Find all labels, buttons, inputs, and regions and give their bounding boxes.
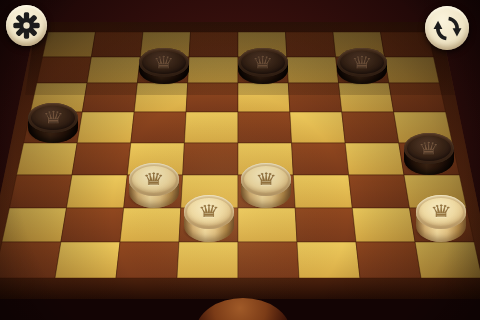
game-screen: ♛♛♛♛♛♛♛♛♛ xyxy=(0,0,480,320)
piece-top: ♛ xyxy=(184,195,234,229)
rotate-icon xyxy=(431,12,464,45)
piece-top: ♛ xyxy=(129,163,179,196)
piece-top: ♛ xyxy=(238,48,288,77)
pieces-layer: ♛♛♛♛♛♛♛♛♛ xyxy=(0,0,480,320)
piece-top: ♛ xyxy=(404,133,454,165)
checker-dark[interactable]: ♛ xyxy=(28,103,78,143)
checker-dark[interactable]: ♛ xyxy=(337,48,387,85)
gear-icon xyxy=(11,10,42,41)
crown-engraving: ♛ xyxy=(142,171,164,188)
piece-top: ♛ xyxy=(416,195,466,229)
checker-light[interactable]: ♛ xyxy=(416,195,466,242)
crown-engraving: ♛ xyxy=(430,203,452,220)
piece-top: ♛ xyxy=(337,48,387,77)
checker-light[interactable]: ♛ xyxy=(241,163,291,207)
rotate-flip-button[interactable] xyxy=(425,6,469,50)
piece-top: ♛ xyxy=(139,48,189,77)
checker-light[interactable]: ♛ xyxy=(184,195,234,242)
crown-engraving: ♛ xyxy=(42,109,64,126)
crown-engraving: ♛ xyxy=(417,140,439,157)
crown-engraving: ♛ xyxy=(198,203,220,220)
checker-dark[interactable]: ♛ xyxy=(139,48,189,85)
crown-engraving: ♛ xyxy=(351,54,373,71)
crown-engraving: ♛ xyxy=(255,171,277,188)
checker-dark[interactable]: ♛ xyxy=(238,48,288,85)
checker-light[interactable]: ♛ xyxy=(129,163,179,207)
checker-dark[interactable]: ♛ xyxy=(404,133,454,175)
crown-engraving: ♛ xyxy=(252,54,274,71)
crown-engraving: ♛ xyxy=(152,54,174,71)
piece-top: ♛ xyxy=(241,163,291,196)
settings-button[interactable] xyxy=(6,5,47,46)
